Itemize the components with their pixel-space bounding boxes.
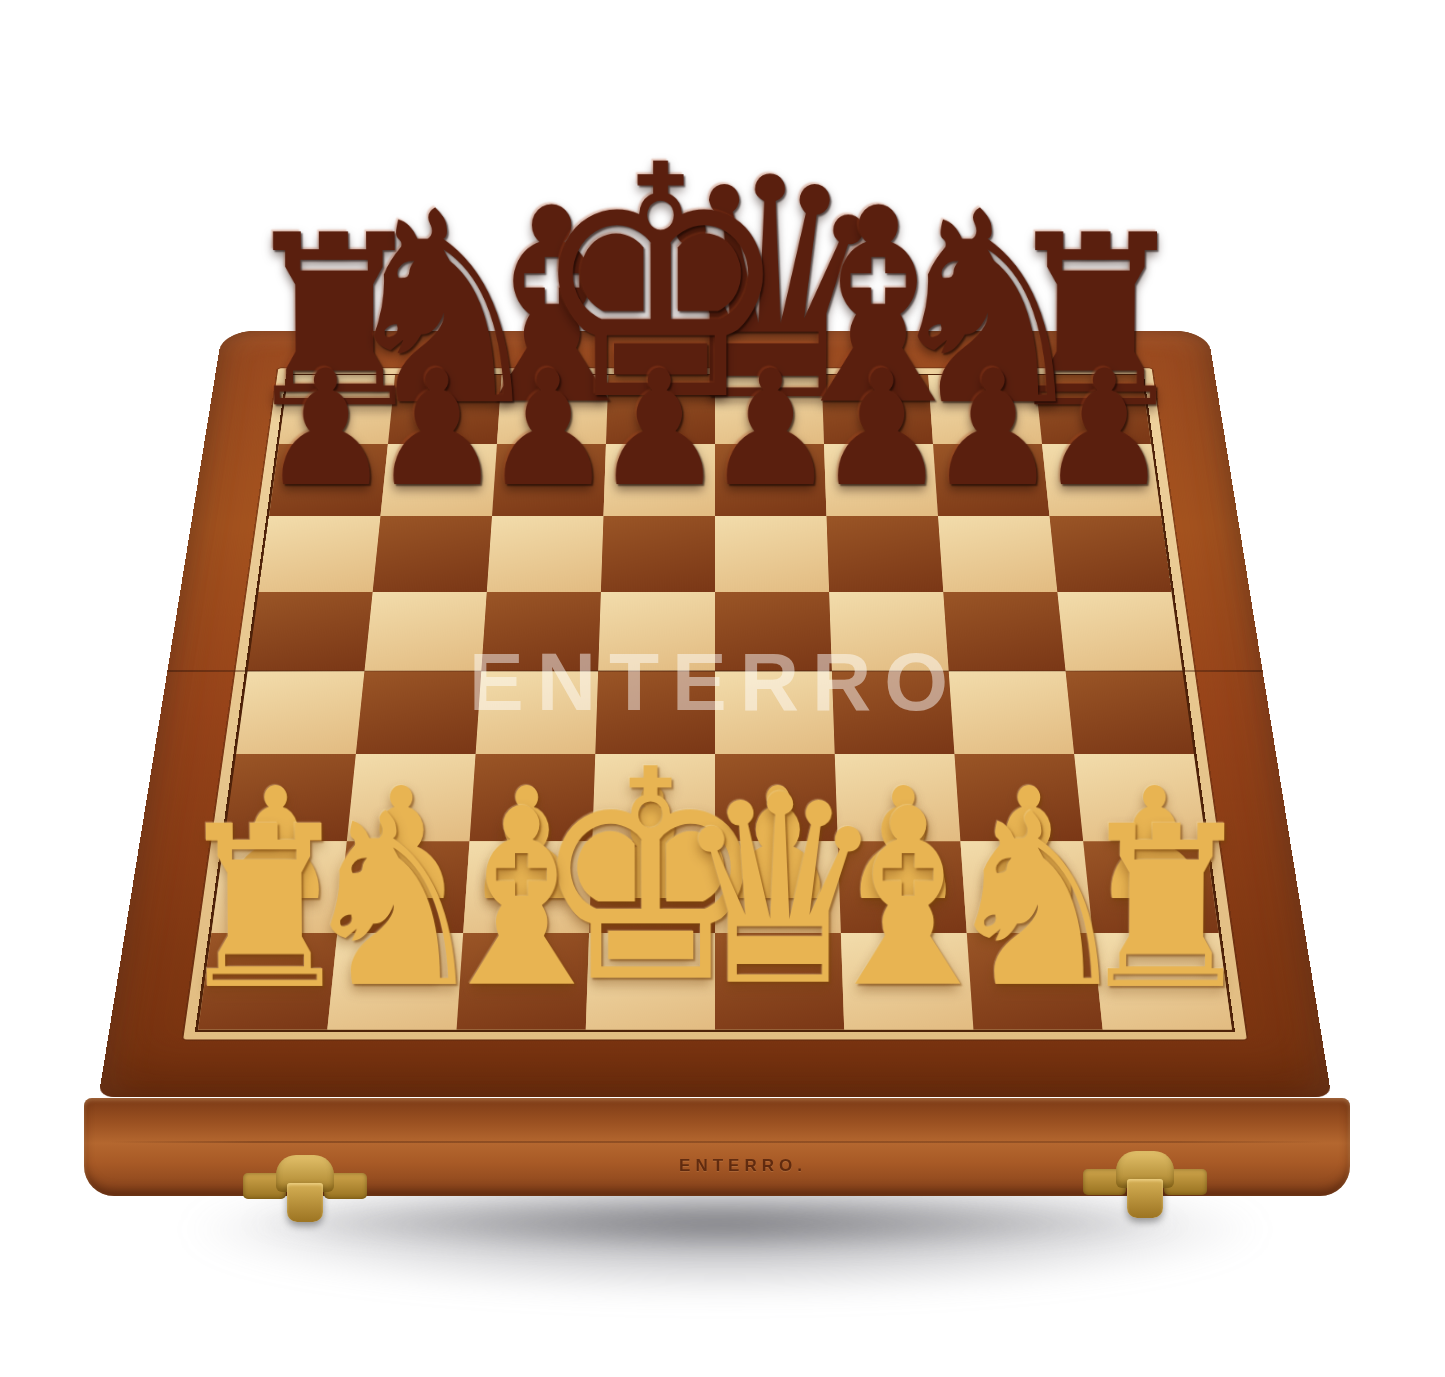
square-a5 bbox=[248, 592, 373, 671]
square-f7: ♟ bbox=[824, 444, 938, 516]
latch-tongue bbox=[287, 1183, 323, 1222]
square-e6 bbox=[715, 516, 829, 592]
square-h4 bbox=[1066, 671, 1194, 754]
latch-tongue bbox=[1127, 1179, 1163, 1218]
square-a4 bbox=[236, 671, 364, 754]
black-pawn: ♟ bbox=[1038, 356, 1170, 503]
square-g5 bbox=[943, 592, 1065, 671]
square-c7: ♟ bbox=[492, 444, 606, 516]
square-d6 bbox=[601, 516, 715, 592]
square-f6 bbox=[827, 516, 944, 592]
product-photo: ENTERRO. ♜♞♝♚♛♝♞♜♟♟♟♟♟♟♟♟♟♟♟♟♟♟♟♟♜♞♝♚♛♝♞… bbox=[0, 0, 1445, 1377]
white-rook: ♜ bbox=[1073, 806, 1259, 1012]
square-h6 bbox=[1050, 516, 1172, 592]
square-e7: ♟ bbox=[715, 444, 827, 516]
white-rook: ♜ bbox=[171, 806, 357, 1012]
white-bishop: ♝ bbox=[420, 787, 622, 1012]
square-b7: ♟ bbox=[380, 444, 496, 516]
white-bishop: ♝ bbox=[807, 787, 1009, 1012]
square-a6 bbox=[259, 516, 381, 592]
square-b4 bbox=[356, 671, 481, 754]
square-a7: ♟ bbox=[269, 444, 388, 516]
square-h1: ♜ bbox=[1093, 933, 1232, 1030]
square-h7: ♟ bbox=[1042, 444, 1161, 516]
square-g6 bbox=[938, 516, 1057, 592]
square-d7: ♟ bbox=[603, 444, 715, 516]
square-f1: ♝ bbox=[841, 933, 974, 1030]
square-c1: ♝ bbox=[457, 933, 590, 1030]
square-g7: ♟ bbox=[933, 444, 1049, 516]
square-g4 bbox=[949, 671, 1074, 754]
square-b6 bbox=[373, 516, 492, 592]
brass-latch-left bbox=[243, 1150, 367, 1224]
brand-engraving: ENTERRO. bbox=[679, 1156, 807, 1176]
square-a1: ♜ bbox=[198, 933, 337, 1030]
watermark-text: ENTERRO bbox=[469, 635, 961, 729]
box-hinge-seam bbox=[109, 1141, 1324, 1143]
brass-latch-right bbox=[1083, 1146, 1207, 1220]
square-h5 bbox=[1057, 592, 1182, 671]
square-c6 bbox=[487, 516, 604, 592]
